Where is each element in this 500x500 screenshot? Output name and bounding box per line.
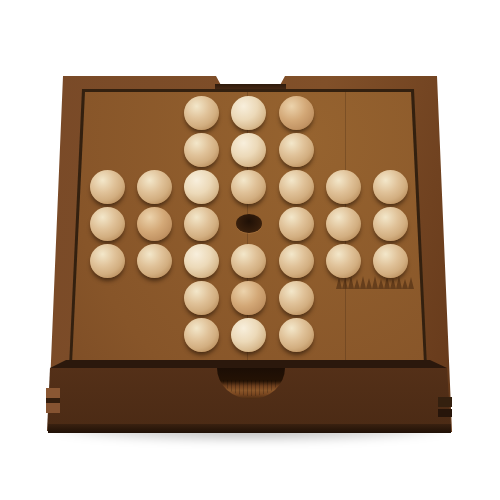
cell-2-1 bbox=[131, 169, 178, 206]
peg[interactable] bbox=[231, 281, 266, 315]
peg[interactable] bbox=[184, 281, 219, 315]
box-joint-finger bbox=[46, 403, 60, 413]
cell-2-6 bbox=[367, 169, 414, 206]
peg[interactable] bbox=[231, 318, 266, 352]
cell-4-5 bbox=[320, 242, 367, 279]
cell-4-6 bbox=[367, 242, 414, 279]
cell-4-2 bbox=[178, 242, 225, 279]
peg-board-grid bbox=[84, 95, 414, 353]
peg[interactable] bbox=[326, 207, 361, 241]
peg[interactable] bbox=[90, 170, 125, 204]
peg[interactable] bbox=[184, 244, 219, 278]
cell-2-5 bbox=[320, 169, 367, 206]
peg[interactable] bbox=[373, 170, 408, 204]
peg[interactable] bbox=[137, 207, 172, 241]
peg[interactable] bbox=[184, 207, 219, 241]
cell-2-4 bbox=[273, 169, 320, 206]
cell-6-5 bbox=[320, 316, 367, 353]
cell-3-0 bbox=[84, 206, 131, 243]
cell-1-5 bbox=[320, 132, 367, 169]
cell-1-6 bbox=[367, 132, 414, 169]
cell-0-4 bbox=[273, 95, 320, 132]
cell-1-4 bbox=[273, 132, 320, 169]
peg[interactable] bbox=[184, 133, 219, 167]
cell-6-1 bbox=[131, 316, 178, 353]
cell-0-0 bbox=[84, 95, 131, 132]
cell-0-5 bbox=[320, 95, 367, 132]
box-bottom-edge bbox=[48, 424, 451, 433]
cell-0-1 bbox=[131, 95, 178, 132]
peg[interactable] bbox=[279, 244, 314, 278]
peg[interactable] bbox=[326, 244, 361, 278]
peg[interactable] bbox=[279, 281, 314, 315]
cell-3-4 bbox=[273, 206, 320, 243]
cell-2-0 bbox=[84, 169, 131, 206]
cell-5-1 bbox=[131, 279, 178, 316]
cell-3-6 bbox=[367, 206, 414, 243]
peg[interactable] bbox=[326, 170, 361, 204]
peg[interactable] bbox=[373, 207, 408, 241]
cell-0-3 bbox=[225, 95, 272, 132]
cell-5-6 bbox=[367, 279, 414, 316]
cell-3-3 bbox=[225, 206, 272, 243]
cell-2-2 bbox=[178, 169, 225, 206]
peg[interactable] bbox=[279, 170, 314, 204]
peg[interactable] bbox=[231, 170, 266, 204]
cell-4-1 bbox=[131, 242, 178, 279]
peg[interactable] bbox=[90, 244, 125, 278]
box-joint-finger bbox=[46, 388, 60, 398]
cell-0-6 bbox=[367, 95, 414, 132]
cell-6-6 bbox=[367, 316, 414, 353]
cell-1-2 bbox=[178, 132, 225, 169]
cell-4-4 bbox=[273, 242, 320, 279]
cell-6-2 bbox=[178, 316, 225, 353]
peg[interactable] bbox=[184, 318, 219, 352]
cell-6-3 bbox=[225, 316, 272, 353]
peg[interactable] bbox=[231, 133, 266, 167]
peg[interactable] bbox=[231, 96, 266, 130]
peg[interactable] bbox=[231, 244, 266, 278]
cell-1-1 bbox=[131, 132, 178, 169]
cell-3-2 bbox=[178, 206, 225, 243]
peg[interactable] bbox=[373, 244, 408, 278]
product-photo bbox=[0, 0, 500, 500]
cell-1-3 bbox=[225, 132, 272, 169]
peg[interactable] bbox=[279, 318, 314, 352]
cell-5-2 bbox=[178, 279, 225, 316]
cell-5-3 bbox=[225, 279, 272, 316]
peg[interactable] bbox=[279, 96, 314, 130]
box-joint-finger bbox=[438, 409, 452, 417]
cell-5-4 bbox=[273, 279, 320, 316]
cell-2-3 bbox=[225, 169, 272, 206]
cell-6-4 bbox=[273, 316, 320, 353]
cell-6-0 bbox=[84, 316, 131, 353]
peg[interactable] bbox=[137, 244, 172, 278]
cell-1-0 bbox=[84, 132, 131, 169]
cell-5-5 bbox=[320, 279, 367, 316]
cell-0-2 bbox=[178, 95, 225, 132]
peg[interactable] bbox=[279, 133, 314, 167]
peg[interactable] bbox=[90, 207, 125, 241]
cell-5-0 bbox=[84, 279, 131, 316]
peg[interactable] bbox=[184, 170, 219, 204]
empty-center-hole[interactable] bbox=[236, 214, 262, 233]
peg[interactable] bbox=[137, 170, 172, 204]
cell-3-1 bbox=[131, 206, 178, 243]
box-joint-finger bbox=[438, 397, 452, 407]
peg[interactable] bbox=[184, 96, 219, 130]
cell-4-3 bbox=[225, 242, 272, 279]
cell-3-5 bbox=[320, 206, 367, 243]
cell-4-0 bbox=[84, 242, 131, 279]
peg[interactable] bbox=[279, 207, 314, 241]
